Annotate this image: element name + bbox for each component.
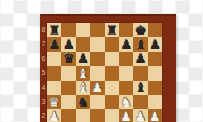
square-b3[interactable] <box>61 95 75 109</box>
square-e3[interactable] <box>105 95 119 109</box>
rank-label-4: 4 <box>40 81 47 95</box>
square-e4[interactable] <box>105 81 119 95</box>
square-f8[interactable] <box>119 23 133 37</box>
piece-white-pawn[interactable]: ♟ <box>48 109 60 122</box>
square-c7[interactable] <box>76 37 90 51</box>
square-f3[interactable]: ♞ <box>119 95 133 109</box>
square-b4[interactable] <box>61 81 75 95</box>
rank-label-6: 6 <box>40 52 47 66</box>
square-a8[interactable]: ♜ <box>47 23 61 37</box>
piece-black-rook[interactable]: ♜ <box>48 23 60 36</box>
square-d8[interactable] <box>90 23 104 37</box>
piece-white-bishop[interactable]: ♝ <box>77 66 89 79</box>
square-d4[interactable]: ♟ <box>90 81 104 95</box>
square-c3[interactable]: ♞ <box>76 95 90 109</box>
square-c6[interactable]: ♟ <box>76 52 90 66</box>
square-e7[interactable] <box>105 37 119 51</box>
square-a7[interactable]: ♟ <box>47 37 61 51</box>
square-c5[interactable]: ♝ <box>76 66 90 80</box>
square-f5[interactable] <box>119 66 133 80</box>
square-b8[interactable] <box>61 23 75 37</box>
square-b6[interactable]: ♛ <box>61 52 75 66</box>
square-b5[interactable] <box>61 66 75 80</box>
rank-label-8: 8 <box>40 23 47 37</box>
piece-white-pawn[interactable]: ♟ <box>135 109 147 122</box>
square-h5[interactable] <box>148 66 162 80</box>
rank-coordinates: 87654321 <box>40 23 47 122</box>
piece-black-pawn[interactable]: ♟ <box>77 52 89 65</box>
square-g5[interactable] <box>133 66 147 80</box>
piece-black-queen[interactable]: ♛ <box>63 52 75 65</box>
piece-black-king[interactable]: ♚ <box>135 23 147 36</box>
square-d7[interactable] <box>90 37 104 51</box>
square-a2[interactable]: ♟ <box>47 109 61 122</box>
square-a4[interactable] <box>47 81 61 95</box>
square-h3[interactable] <box>148 95 162 109</box>
square-c8[interactable] <box>76 23 90 37</box>
piece-white-queen[interactable]: ♛ <box>48 95 60 108</box>
square-f4[interactable] <box>119 81 133 95</box>
piece-black-bishop[interactable]: ♝ <box>135 81 147 94</box>
square-g2[interactable]: ♟ <box>133 109 147 122</box>
piece-white-pawn[interactable]: ♟ <box>120 109 132 122</box>
square-f2[interactable]: ♟ <box>119 109 133 122</box>
rank-label-2: 2 <box>40 109 47 122</box>
square-e6[interactable] <box>105 52 119 66</box>
piece-black-pawn[interactable]: ♟ <box>63 38 75 51</box>
piece-black-pawn[interactable]: ♟ <box>135 52 147 65</box>
square-d2[interactable] <box>90 109 104 122</box>
square-h2[interactable]: ♟ <box>148 109 162 122</box>
square-h8[interactable] <box>148 23 162 37</box>
square-h4[interactable] <box>148 81 162 95</box>
square-a6[interactable] <box>47 52 61 66</box>
square-g6[interactable]: ♟ <box>133 52 147 66</box>
square-e5[interactable] <box>105 66 119 80</box>
piece-white-pawn[interactable]: ♟ <box>149 109 161 122</box>
square-f6[interactable] <box>119 52 133 66</box>
square-d3[interactable] <box>90 95 104 109</box>
square-c4[interactable]: ♝ <box>76 81 90 95</box>
page-background: 87654321 ♜♜♚♟♟♟♝♟♛♟♟♝♝♟♝♛♞♞♟♟♟♟♜♚♜ <box>0 0 203 122</box>
square-g8[interactable]: ♚ <box>133 23 147 37</box>
square-h6[interactable] <box>148 52 162 66</box>
rank-label-3: 3 <box>40 95 47 109</box>
square-b2[interactable] <box>61 109 75 122</box>
square-e8[interactable]: ♜ <box>105 23 119 37</box>
square-h7[interactable]: ♟ <box>148 37 162 51</box>
board-grid: ♜♜♚♟♟♟♝♟♛♟♟♝♝♟♝♛♞♞♟♟♟♟♜♚♜ <box>47 23 162 122</box>
square-a3[interactable]: ♛ <box>47 95 61 109</box>
square-a5[interactable] <box>47 66 61 80</box>
piece-black-knight[interactable]: ♞ <box>77 95 89 108</box>
square-c2[interactable] <box>76 109 90 122</box>
square-d6[interactable] <box>90 52 104 66</box>
rank-label-5: 5 <box>40 66 47 80</box>
square-b7[interactable]: ♟ <box>61 37 75 51</box>
square-f7[interactable]: ♟ <box>119 37 133 51</box>
piece-white-bishop[interactable]: ♝ <box>77 81 89 94</box>
square-g4[interactable]: ♝ <box>133 81 147 95</box>
piece-black-rook[interactable]: ♜ <box>106 23 118 36</box>
chess-board: 87654321 ♜♜♚♟♟♟♝♟♛♟♟♝♝♟♝♛♞♞♟♟♟♟♜♚♜ <box>40 14 176 122</box>
square-d5[interactable] <box>90 66 104 80</box>
square-g7[interactable]: ♝ <box>133 37 147 51</box>
rank-label-7: 7 <box>40 37 47 51</box>
square-g3[interactable] <box>133 95 147 109</box>
square-e2[interactable] <box>105 109 119 122</box>
piece-black-pawn[interactable]: ♟ <box>48 38 60 51</box>
piece-black-pawn[interactable]: ♟ <box>120 38 132 51</box>
piece-white-knight[interactable]: ♞ <box>120 95 132 108</box>
piece-black-pawn[interactable]: ♟ <box>149 38 161 51</box>
piece-white-pawn[interactable]: ♟ <box>91 81 103 94</box>
piece-black-bishop[interactable]: ♝ <box>135 38 147 51</box>
